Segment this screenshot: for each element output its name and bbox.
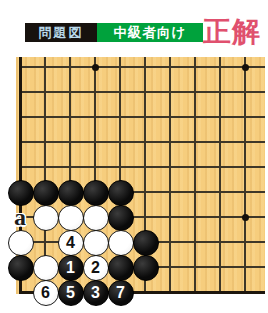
stone-black	[108, 180, 134, 206]
point-label-a: a	[14, 205, 26, 229]
move-6-stone-white: 6	[33, 280, 59, 306]
problem-figure-label: 問題図	[25, 23, 97, 42]
header: 問題図 中級者向け 正解	[0, 0, 268, 50]
stone-black	[8, 255, 34, 281]
stone-white	[8, 230, 34, 256]
star-point	[92, 64, 99, 71]
move-1-stone-black: 1	[58, 255, 84, 281]
stone-black	[8, 180, 34, 206]
move-2-stone-white: 2	[83, 255, 109, 281]
stone-black	[108, 205, 134, 231]
stones-layer: 4126537a	[8, 55, 258, 305]
stone-white	[58, 205, 84, 231]
stone-black	[133, 255, 159, 281]
move-7-stone-black: 7	[108, 280, 134, 306]
stone-white	[83, 230, 109, 256]
stone-black	[133, 230, 159, 256]
stone-black	[58, 180, 84, 206]
stone-black	[33, 180, 59, 206]
move-3-stone-black: 3	[83, 280, 109, 306]
star-point	[242, 214, 249, 221]
tsumego-answer-diagram: 問題図 中級者向け 正解 4126537a	[0, 0, 268, 313]
stone-black	[108, 255, 134, 281]
difficulty-badge: 中級者向け	[97, 23, 203, 42]
star-point	[242, 64, 249, 71]
stone-black	[83, 180, 109, 206]
go-board: 4126537a	[16, 57, 265, 294]
stone-white	[33, 205, 59, 231]
stone-white	[108, 230, 134, 256]
stone-white	[33, 255, 59, 281]
correct-answer-label: 正解	[203, 16, 261, 48]
move-4-stone-white: 4	[58, 230, 84, 256]
move-5-stone-black: 5	[58, 280, 84, 306]
stone-white	[83, 205, 109, 231]
tag-bar: 問題図 中級者向け	[25, 23, 203, 42]
